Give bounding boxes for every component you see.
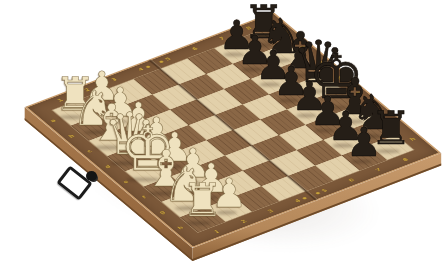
chess-set-photo: aabbccddeeffgghh1122334455667788 ♜♞♝♛♚♝♞…	[0, 0, 448, 278]
coord-label-6: 6	[191, 46, 199, 51]
coord-label-e: e	[354, 91, 362, 96]
coord-label-4: 4	[294, 198, 302, 203]
coord-label-h: h	[409, 137, 417, 142]
coord-label-d: d	[336, 76, 344, 81]
coord-label-e: e	[122, 180, 130, 185]
coord-label-g: g	[390, 121, 398, 126]
coord-label-8: 8	[402, 157, 410, 162]
coord-label-1: 1	[213, 229, 221, 234]
coord-label-7: 7	[375, 168, 383, 173]
hinge-pin	[315, 192, 321, 195]
coord-label-c: c	[86, 149, 93, 154]
coord-label-3: 3	[110, 77, 118, 82]
coord-label-5: 5	[164, 57, 172, 62]
coord-label-b: b	[300, 45, 308, 50]
coord-label-4: 4	[137, 67, 145, 72]
coord-label-5: 5	[321, 188, 329, 193]
hinge-pin	[302, 197, 308, 200]
hinge-pin	[159, 60, 165, 63]
coord-label-f: f	[373, 106, 379, 110]
coord-label-f: f	[141, 195, 147, 199]
coord-label-2: 2	[240, 219, 248, 224]
coord-label-2: 2	[83, 88, 91, 93]
coord-label-b: b	[67, 134, 75, 139]
coord-label-3: 3	[267, 209, 275, 214]
coord-label-a: a	[282, 30, 290, 35]
clasp-knob	[86, 171, 97, 181]
coord-label-c: c	[318, 60, 325, 65]
coord-label-6: 6	[348, 178, 356, 183]
coord-label-a: a	[49, 119, 57, 124]
hinge-pin	[145, 65, 151, 68]
coord-label-8: 8	[245, 26, 253, 31]
coord-label-h: h	[177, 225, 185, 230]
coord-label-d: d	[104, 164, 112, 169]
coord-label-g: g	[158, 210, 166, 215]
coord-label-1: 1	[56, 98, 64, 103]
coord-label-7: 7	[218, 36, 226, 41]
